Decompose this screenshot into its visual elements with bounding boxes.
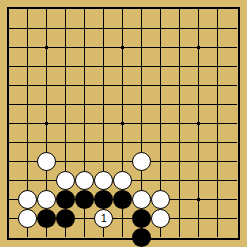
stone-white — [37, 190, 56, 209]
go-problem-diagram: 1 — [0, 0, 247, 247]
stone-white — [94, 171, 113, 190]
hoshi-point — [197, 122, 200, 125]
stone-white — [37, 152, 56, 171]
stone-white — [113, 171, 132, 190]
stone-black — [94, 190, 113, 209]
hoshi-point — [121, 122, 124, 125]
hoshi-point — [121, 46, 124, 49]
hoshi-point — [45, 46, 48, 49]
stone-black — [75, 190, 94, 209]
grid-line-horizontal — [9, 142, 237, 143]
go-board[interactable]: 1 — [0, 0, 247, 247]
stone-black — [113, 190, 132, 209]
stone-white — [75, 171, 94, 190]
hoshi-point — [197, 46, 200, 49]
grid-line-vertical — [179, 9, 180, 237]
hoshi-point — [45, 122, 48, 125]
stone-white — [18, 190, 37, 209]
stone-white-move-1: 1 — [94, 209, 113, 228]
stone-white — [132, 152, 151, 171]
stone-black — [56, 190, 75, 209]
stone-white — [56, 171, 75, 190]
hoshi-point — [197, 198, 200, 201]
stone-black — [37, 209, 56, 228]
stone-black — [56, 209, 75, 228]
grid-line-vertical — [217, 9, 218, 237]
stone-black — [132, 228, 151, 247]
stone-white — [18, 209, 37, 228]
move-number-label: 1 — [101, 213, 107, 224]
